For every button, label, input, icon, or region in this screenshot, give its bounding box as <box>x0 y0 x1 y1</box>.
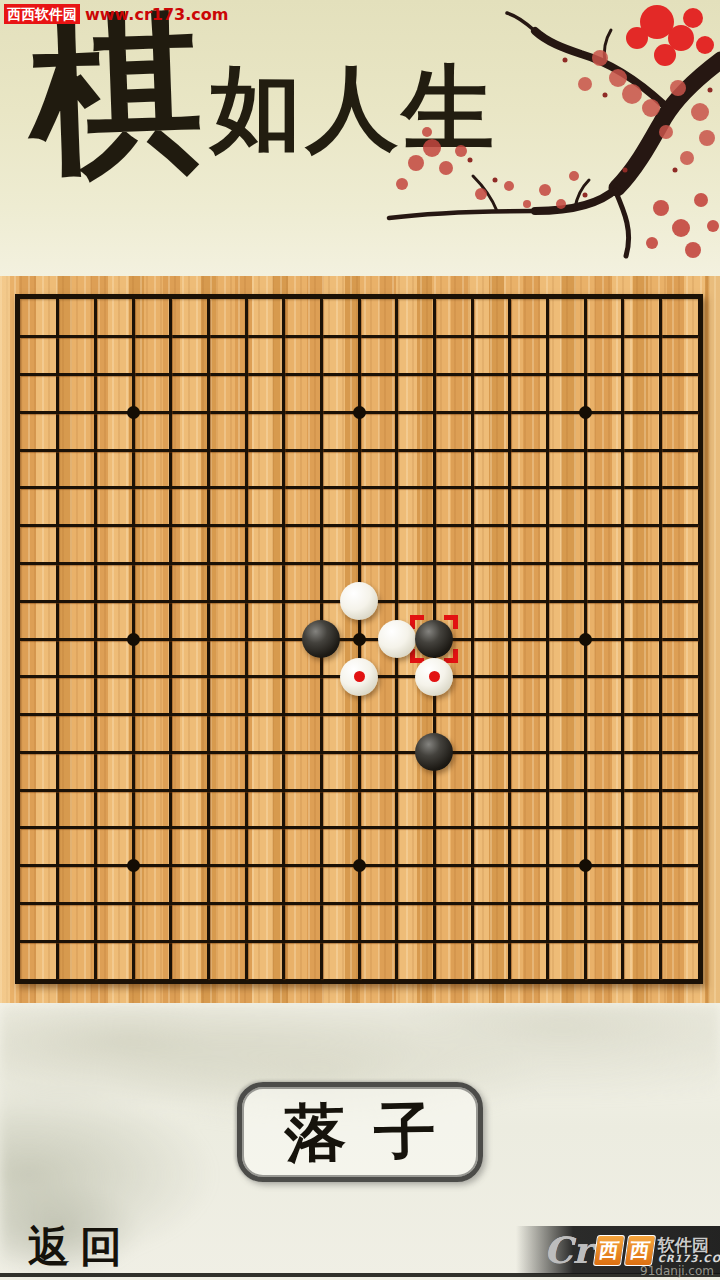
black-stone <box>302 620 340 658</box>
plum-blossom-illustration <box>375 0 720 262</box>
grid-line-horizontal <box>20 826 698 829</box>
grid-line-horizontal <box>20 789 698 792</box>
star-point <box>353 633 366 646</box>
star-point <box>127 633 140 646</box>
grid-line-horizontal <box>20 713 698 716</box>
star-point <box>353 406 366 419</box>
star-point <box>353 859 366 872</box>
watermark-domain-alt: 91danji.com <box>640 1264 714 1278</box>
gomoku-board[interactable] <box>15 294 703 984</box>
cr173-watermark: Cr 西 西 软件园 CR173.COM 91danji.com <box>516 1226 720 1274</box>
title-calligraphy-big: 棋 <box>27 5 205 183</box>
grid-line-vertical <box>471 299 474 979</box>
grid-line-vertical <box>546 299 549 979</box>
site-watermark-banner: 西西软件园 www.cr173.com <box>4 4 228 24</box>
back-button[interactable]: 返回 <box>28 1219 132 1275</box>
grid-line-horizontal <box>20 940 698 943</box>
grid-line-vertical <box>508 299 511 979</box>
place-stone-button[interactable]: 落子 <box>237 1082 483 1182</box>
watermark-domain: CR173.COM <box>658 1254 720 1264</box>
grid-line-horizontal <box>20 902 698 905</box>
black-stone <box>415 733 453 771</box>
star-point <box>579 633 592 646</box>
site-url: www.cr173.com <box>85 5 228 24</box>
star-point <box>579 406 592 419</box>
star-point <box>127 406 140 419</box>
watermark-cr-logo: Cr <box>544 1229 592 1271</box>
star-point <box>127 859 140 872</box>
site-badge: 西西软件园 <box>4 4 80 24</box>
app-screen: 棋 如人生 <box>0 0 720 1280</box>
footer-area: 落子 返回 Cr 西 西 软件园 CR173.COM 91danji.com <box>0 1003 720 1280</box>
grid-line-vertical <box>659 299 662 979</box>
watermark-box-2: 西 <box>623 1235 655 1266</box>
watermark-box-1: 西 <box>592 1235 624 1266</box>
white-stone <box>340 582 378 620</box>
header-banner: 棋 如人生 <box>0 0 720 276</box>
board-area <box>0 276 720 1003</box>
white-stone <box>378 620 416 658</box>
red-dot-marker <box>354 671 365 682</box>
star-point <box>579 859 592 872</box>
grid-line-vertical <box>621 299 624 979</box>
grid-line-horizontal <box>20 751 698 754</box>
place-stone-label: 落子 <box>283 1088 464 1175</box>
watermark-suffix: 软件园 <box>658 1237 720 1254</box>
